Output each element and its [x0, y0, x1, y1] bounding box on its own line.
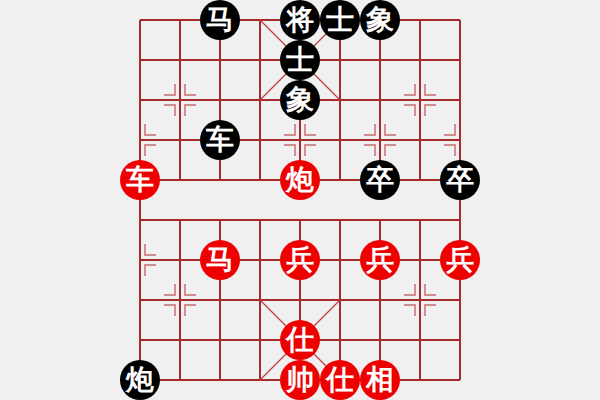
piece-black-general[interactable]: 将 [280, 0, 320, 40]
piece-red-advisor[interactable]: 仕 [320, 360, 360, 400]
piece-black-elephant[interactable]: 象 [360, 0, 400, 40]
piece-black-horse[interactable]: 马 [200, 0, 240, 40]
piece-black-elephant[interactable]: 象 [280, 80, 320, 120]
piece-black-advisor[interactable]: 士 [320, 0, 360, 40]
xiangqi-board: 马将士象士象车车炮卒卒马兵兵兵仕炮帅仕相 [0, 0, 600, 400]
piece-red-cannon[interactable]: 炮 [280, 160, 320, 200]
piece-red-advisor[interactable]: 仕 [280, 320, 320, 360]
piece-red-soldier[interactable]: 兵 [280, 240, 320, 280]
piece-red-soldier[interactable]: 兵 [440, 240, 480, 280]
piece-black-advisor[interactable]: 士 [280, 40, 320, 80]
piece-red-soldier[interactable]: 兵 [360, 240, 400, 280]
piece-black-soldier[interactable]: 卒 [440, 160, 480, 200]
piece-red-chariot[interactable]: 车 [120, 160, 160, 200]
piece-red-horse[interactable]: 马 [200, 240, 240, 280]
piece-black-soldier[interactable]: 卒 [360, 160, 400, 200]
piece-red-general[interactable]: 帅 [280, 360, 320, 400]
piece-black-chariot[interactable]: 车 [200, 120, 240, 160]
piece-red-elephant[interactable]: 相 [360, 360, 400, 400]
piece-black-cannon[interactable]: 炮 [120, 360, 160, 400]
pieces-layer: 马将士象士象车车炮卒卒马兵兵兵仕炮帅仕相 [0, 0, 600, 400]
